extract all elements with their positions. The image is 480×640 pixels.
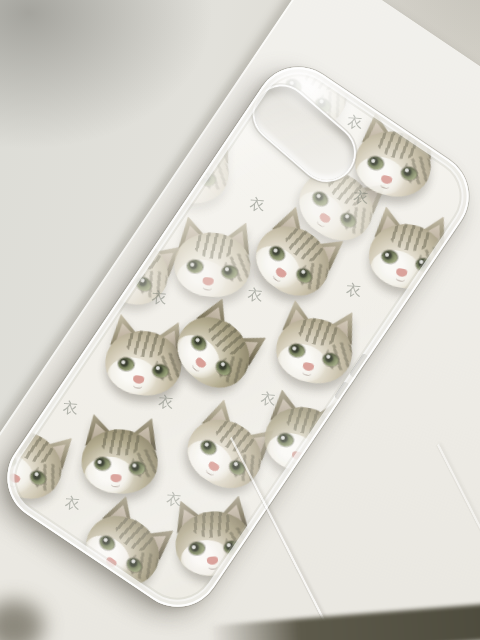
- kanji-doodle-mark: 衣: [249, 197, 265, 213]
- kanji-doodle-mark: 衣: [64, 496, 80, 512]
- kanji-doodle-mark: 衣: [247, 287, 263, 303]
- tilted-layout-group: 衣衣衣衣衣衣衣衣衣衣衣: [0, 50, 480, 624]
- photo-scene: 衣衣衣衣衣衣衣衣衣衣衣: [0, 0, 480, 640]
- kanji-doodle-mark: 衣: [166, 492, 182, 508]
- cat-ear-left-icon: [156, 120, 190, 156]
- kanji-doodle-mark: 衣: [260, 392, 276, 408]
- kanji-doodle-mark: 衣: [346, 283, 362, 299]
- cat-face: [78, 417, 163, 496]
- cat-face: [269, 301, 363, 390]
- kanji-doodle-mark: 衣: [347, 115, 363, 131]
- kanji-doodle-mark: 衣: [158, 395, 174, 411]
- kanji-doodle-mark: 衣: [151, 290, 167, 306]
- kanji-doodle-mark: 衣: [353, 190, 369, 206]
- kanji-doodle-mark: 衣: [62, 400, 78, 416]
